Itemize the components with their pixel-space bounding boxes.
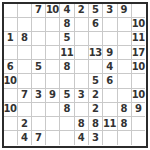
cell-r3c7[interactable] (89, 32, 103, 46)
cell-r5c10[interactable]: 10 (132, 60, 146, 74)
cell-r8c7[interactable]: 2 (89, 103, 103, 117)
cell-r8c2[interactable] (18, 103, 32, 117)
cell-r5c7[interactable] (89, 60, 103, 74)
cell-r1c7[interactable]: 5 (89, 4, 103, 18)
cell-r10c5[interactable] (60, 131, 74, 145)
cell-r9c2[interactable]: 2 (18, 117, 32, 131)
cell-r8c4[interactable] (46, 103, 60, 117)
cell-r9c8[interactable]: 11 (103, 117, 117, 131)
cell-r2c1[interactable] (4, 18, 18, 32)
cell-r1c2[interactable] (18, 4, 32, 18)
cell-r2c5[interactable]: 8 (60, 18, 74, 32)
cell-r6c7[interactable]: 5 (89, 74, 103, 88)
cell-r2c7[interactable]: 6 (89, 18, 103, 32)
cell-r10c6[interactable]: 4 (75, 131, 89, 145)
cell-r9c1[interactable] (4, 117, 18, 131)
cell-r2c2[interactable] (18, 18, 32, 32)
cell-r7c5[interactable]: 5 (60, 89, 74, 103)
cell-r3c9[interactable] (118, 32, 132, 46)
cell-r8c9[interactable]: 8 (118, 103, 132, 117)
cell-r10c8[interactable] (103, 131, 117, 145)
cell-r3c5[interactable]: 5 (60, 32, 74, 46)
cell-r7c3[interactable]: 3 (32, 89, 46, 103)
cell-r5c9[interactable] (118, 60, 132, 74)
cell-r4c10[interactable]: 17 (132, 46, 146, 60)
cell-r1c3[interactable]: 7 (32, 4, 46, 18)
cell-r3c3[interactable] (32, 32, 46, 46)
cell-r4c8[interactable]: 9 (103, 46, 117, 60)
cell-r9c3[interactable] (32, 117, 46, 131)
cell-r1c8[interactable]: 3 (103, 4, 117, 18)
cell-r7c7[interactable]: 2 (89, 89, 103, 103)
cell-r7c9[interactable] (118, 89, 132, 103)
fillomino-board: 7104253986101851111139176584101056739532… (2, 2, 148, 148)
cell-r4c5[interactable]: 11 (60, 46, 74, 60)
cell-r10c10[interactable] (132, 131, 146, 145)
cell-r5c5[interactable]: 8 (60, 60, 74, 74)
cell-r5c3[interactable]: 5 (32, 60, 46, 74)
cell-r6c5[interactable] (60, 74, 74, 88)
cell-r2c10[interactable]: 10 (132, 18, 146, 32)
cell-r7c10[interactable]: 10 (132, 89, 146, 103)
cell-r3c8[interactable] (103, 32, 117, 46)
cell-r6c2[interactable] (18, 74, 32, 88)
cell-r5c1[interactable]: 6 (4, 60, 18, 74)
cell-r1c6[interactable]: 2 (75, 4, 89, 18)
cell-r1c5[interactable]: 4 (60, 4, 74, 18)
cell-r9c9[interactable]: 8 (118, 117, 132, 131)
cell-r5c6[interactable] (75, 60, 89, 74)
cell-r9c6[interactable]: 8 (75, 117, 89, 131)
cell-r3c2[interactable]: 8 (18, 32, 32, 46)
cell-r9c10[interactable] (132, 117, 146, 131)
cell-r5c4[interactable] (46, 60, 60, 74)
cell-r8c1[interactable]: 10 (4, 103, 18, 117)
cell-r4c9[interactable] (118, 46, 132, 60)
cell-r1c4[interactable]: 10 (46, 4, 60, 18)
cell-r9c7[interactable]: 8 (89, 117, 103, 131)
cell-r6c4[interactable] (46, 74, 60, 88)
cell-r6c10[interactable] (132, 74, 146, 88)
cell-r10c2[interactable]: 4 (18, 131, 32, 145)
cell-r2c9[interactable] (118, 18, 132, 32)
cell-r3c10[interactable]: 11 (132, 32, 146, 46)
cell-r10c1[interactable] (4, 131, 18, 145)
cell-r7c1[interactable] (4, 89, 18, 103)
cell-r9c5[interactable] (60, 117, 74, 131)
cell-r5c2[interactable] (18, 60, 32, 74)
cell-r1c9[interactable]: 9 (118, 4, 132, 18)
cell-r8c3[interactable] (32, 103, 46, 117)
cell-r6c9[interactable] (118, 74, 132, 88)
cell-r9c4[interactable] (46, 117, 60, 131)
cell-r3c4[interactable] (46, 32, 60, 46)
puzzle-area: 7104253986101851111139176584101056739532… (2, 2, 148, 148)
cell-r7c8[interactable] (103, 89, 117, 103)
cell-r4c6[interactable] (75, 46, 89, 60)
cell-r7c4[interactable]: 9 (46, 89, 60, 103)
cell-r2c8[interactable] (103, 18, 117, 32)
cell-r3c6[interactable] (75, 32, 89, 46)
cell-r2c4[interactable] (46, 18, 60, 32)
cell-r4c4[interactable] (46, 46, 60, 60)
cell-r10c7[interactable]: 3 (89, 131, 103, 145)
cell-r5c8[interactable]: 4 (103, 60, 117, 74)
cell-r6c6[interactable] (75, 74, 89, 88)
cell-r1c10[interactable] (132, 4, 146, 18)
cell-r8c6[interactable] (75, 103, 89, 117)
cell-r7c6[interactable]: 3 (75, 89, 89, 103)
cell-r8c5[interactable]: 8 (60, 103, 74, 117)
cell-r8c10[interactable]: 9 (132, 103, 146, 117)
cell-r6c8[interactable]: 6 (103, 74, 117, 88)
cell-r2c6[interactable] (75, 18, 89, 32)
cell-r7c2[interactable]: 7 (18, 89, 32, 103)
cell-r4c3[interactable] (32, 46, 46, 60)
cell-r3c1[interactable]: 1 (4, 32, 18, 46)
cell-r4c2[interactable] (18, 46, 32, 60)
cell-r6c3[interactable] (32, 74, 46, 88)
cell-r4c7[interactable]: 13 (89, 46, 103, 60)
cell-r6c1[interactable]: 10 (4, 74, 18, 88)
cell-r4c1[interactable] (4, 46, 18, 60)
cell-r2c3[interactable] (32, 18, 46, 32)
cell-r1c1[interactable] (4, 4, 18, 18)
cell-r10c9[interactable] (118, 131, 132, 145)
cell-r10c4[interactable] (46, 131, 60, 145)
cell-r8c8[interactable] (103, 103, 117, 117)
cell-r10c3[interactable]: 7 (32, 131, 46, 145)
